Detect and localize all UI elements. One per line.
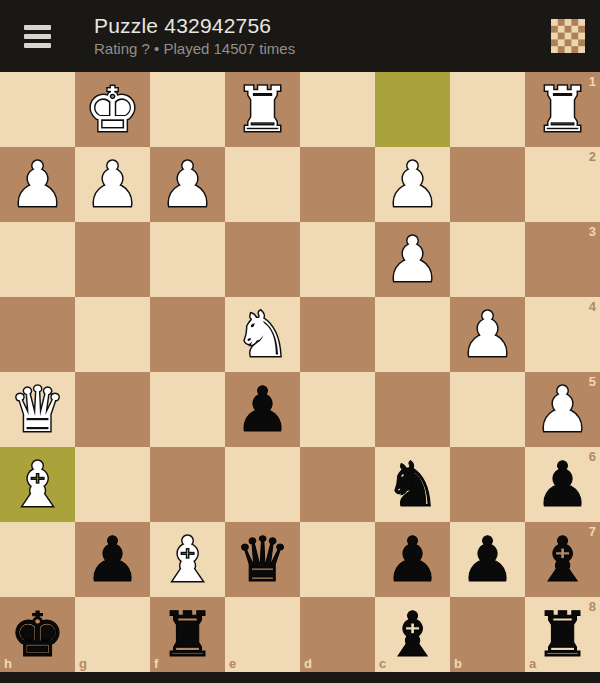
rank-label: 1 — [589, 74, 596, 89]
piece-black-pawn[interactable]: ♟ — [385, 522, 441, 597]
square-e7[interactable]: ♛ — [225, 522, 300, 597]
file-label: b — [454, 656, 462, 671]
file-label: g — [79, 656, 87, 671]
square-g5[interactable] — [75, 372, 150, 447]
rank-label: 2 — [589, 149, 596, 164]
square-b3[interactable] — [450, 222, 525, 297]
square-d4[interactable] — [300, 297, 375, 372]
square-h2[interactable]: ♟ — [0, 147, 75, 222]
square-a2[interactable]: 2 — [525, 147, 600, 222]
square-e8[interactable]: e — [225, 597, 300, 672]
file-label: d — [304, 656, 312, 671]
piece-black-pawn[interactable]: ♟ — [85, 522, 141, 597]
square-b7[interactable]: ♟ — [450, 522, 525, 597]
bottom-bar — [0, 672, 600, 683]
rank-label: 8 — [589, 599, 596, 614]
page-title: Puzzle 432942756 — [94, 14, 295, 38]
square-a1[interactable]: ♜1 — [525, 72, 600, 147]
square-a3[interactable]: 3 — [525, 222, 600, 297]
app-header: Puzzle 432942756 Rating ? • Played 14507… — [0, 0, 600, 72]
file-label: e — [229, 656, 236, 671]
chess-board: ♚♜♜1♟♟♟♟2♟3♞♟4♛♟♟5♝♞♟6♟♝♛♟♟♝7♚hg♜fed♝cb♜… — [0, 72, 600, 672]
file-label: h — [4, 656, 12, 671]
rank-label: 6 — [589, 449, 596, 464]
square-e2[interactable] — [225, 147, 300, 222]
piece-white-pawn[interactable]: ♟ — [535, 372, 591, 447]
piece-white-pawn[interactable]: ♟ — [385, 147, 441, 222]
file-label: f — [154, 656, 158, 671]
square-b5[interactable] — [450, 372, 525, 447]
square-d3[interactable] — [300, 222, 375, 297]
piece-black-pawn[interactable]: ♟ — [535, 447, 591, 522]
square-f4[interactable] — [150, 297, 225, 372]
piece-white-pawn[interactable]: ♟ — [10, 147, 66, 222]
square-d1[interactable] — [300, 72, 375, 147]
square-f3[interactable] — [150, 222, 225, 297]
square-g1[interactable]: ♚ — [75, 72, 150, 147]
puzzle-meta: Rating ? • Played 14507 times — [94, 40, 295, 58]
square-e5[interactable]: ♟ — [225, 372, 300, 447]
piece-black-pawn[interactable]: ♟ — [460, 522, 516, 597]
square-h6[interactable]: ♝ — [0, 447, 75, 522]
square-f8[interactable]: ♜f — [150, 597, 225, 672]
square-h7[interactable] — [0, 522, 75, 597]
piece-white-pawn[interactable]: ♟ — [160, 147, 216, 222]
header-titles: Puzzle 432942756 Rating ? • Played 14507… — [94, 14, 295, 58]
piece-black-queen[interactable]: ♛ — [235, 522, 291, 597]
rank-label: 7 — [589, 524, 596, 539]
square-c8[interactable]: ♝c — [375, 597, 450, 672]
square-g3[interactable] — [75, 222, 150, 297]
piece-white-pawn[interactable]: ♟ — [385, 222, 441, 297]
square-c2[interactable]: ♟ — [375, 147, 450, 222]
rank-label: 4 — [589, 299, 596, 314]
square-c6[interactable]: ♞ — [375, 447, 450, 522]
square-c4[interactable] — [375, 297, 450, 372]
square-b6[interactable] — [450, 447, 525, 522]
square-e6[interactable] — [225, 447, 300, 522]
piece-white-knight[interactable]: ♞ — [235, 297, 291, 372]
square-c1[interactable] — [375, 72, 450, 147]
piece-white-king[interactable]: ♚ — [85, 72, 141, 147]
mini-chessboard-icon[interactable] — [551, 19, 585, 53]
piece-black-rook[interactable]: ♜ — [160, 597, 216, 672]
square-e1[interactable]: ♜ — [225, 72, 300, 147]
square-f1[interactable] — [150, 72, 225, 147]
square-d8[interactable]: d — [300, 597, 375, 672]
square-g4[interactable] — [75, 297, 150, 372]
square-h3[interactable] — [0, 222, 75, 297]
square-g6[interactable] — [75, 447, 150, 522]
square-h8[interactable]: ♚h — [0, 597, 75, 672]
piece-white-bishop[interactable]: ♝ — [10, 447, 66, 522]
file-label: c — [379, 656, 386, 671]
square-f7[interactable]: ♝ — [150, 522, 225, 597]
piece-black-pawn[interactable]: ♟ — [235, 372, 291, 447]
square-d5[interactable] — [300, 372, 375, 447]
file-label: a — [529, 656, 536, 671]
square-b4[interactable]: ♟ — [450, 297, 525, 372]
square-a6[interactable]: ♟6 — [525, 447, 600, 522]
square-a5[interactable]: ♟5 — [525, 372, 600, 447]
square-d2[interactable] — [300, 147, 375, 222]
square-c3[interactable]: ♟ — [375, 222, 450, 297]
square-h4[interactable] — [0, 297, 75, 372]
square-a4[interactable]: 4 — [525, 297, 600, 372]
piece-white-rook[interactable]: ♜ — [235, 72, 291, 147]
square-a8[interactable]: ♜8a — [525, 597, 600, 672]
square-b1[interactable] — [450, 72, 525, 147]
square-c5[interactable] — [375, 372, 450, 447]
square-d6[interactable] — [300, 447, 375, 522]
square-f6[interactable] — [150, 447, 225, 522]
hamburger-icon — [24, 25, 51, 30]
square-g7[interactable]: ♟ — [75, 522, 150, 597]
square-f2[interactable]: ♟ — [150, 147, 225, 222]
piece-white-pawn[interactable]: ♟ — [85, 147, 141, 222]
piece-white-bishop[interactable]: ♝ — [160, 522, 216, 597]
square-h5[interactable]: ♛ — [0, 372, 75, 447]
piece-white-rook[interactable]: ♜ — [535, 72, 591, 147]
square-f5[interactable] — [150, 372, 225, 447]
piece-black-bishop[interactable]: ♝ — [535, 522, 591, 597]
square-a7[interactable]: ♝7 — [525, 522, 600, 597]
rank-label: 3 — [589, 224, 596, 239]
piece-white-queen[interactable]: ♛ — [10, 372, 66, 447]
square-b2[interactable] — [450, 147, 525, 222]
square-c7[interactable]: ♟ — [375, 522, 450, 597]
piece-black-rook[interactable]: ♜ — [535, 597, 591, 672]
square-g8[interactable]: g — [75, 597, 150, 672]
piece-black-knight[interactable]: ♞ — [385, 447, 441, 522]
square-g2[interactable]: ♟ — [75, 147, 150, 222]
piece-white-pawn[interactable]: ♟ — [460, 297, 516, 372]
rank-label: 5 — [589, 374, 596, 389]
square-e4[interactable]: ♞ — [225, 297, 300, 372]
square-b8[interactable]: b — [450, 597, 525, 672]
piece-black-bishop[interactable]: ♝ — [385, 597, 441, 672]
piece-black-king[interactable]: ♚ — [10, 597, 66, 672]
square-d7[interactable] — [300, 522, 375, 597]
square-h1[interactable] — [0, 72, 75, 147]
square-e3[interactable] — [225, 222, 300, 297]
menu-button[interactable] — [24, 25, 51, 48]
